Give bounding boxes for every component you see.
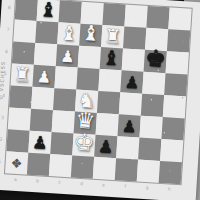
board-square <box>75 90 98 113</box>
board-square <box>122 48 145 71</box>
rank-label: 8 <box>5 5 13 10</box>
rank-label: 6 <box>2 49 10 54</box>
board-square <box>54 66 77 89</box>
file-label: c <box>48 179 70 185</box>
board-square <box>98 69 121 92</box>
board-square <box>137 160 160 183</box>
board-square <box>74 112 97 135</box>
board-square <box>166 51 189 74</box>
board-square <box>34 43 57 66</box>
board-square <box>53 88 76 111</box>
board-square <box>161 117 184 140</box>
board-square <box>101 25 124 48</box>
board-square <box>56 44 79 67</box>
board-square <box>163 95 186 118</box>
board-square <box>120 70 143 93</box>
board-square <box>145 28 168 51</box>
board-square <box>27 153 50 176</box>
board-square <box>116 136 139 159</box>
board-square <box>118 114 141 137</box>
maker-emblem-icon: ❖◆ <box>5 151 28 174</box>
file-label: e <box>92 182 114 188</box>
board-square <box>97 91 120 114</box>
chess-board-mat: © VSCHESS ❖◆♝♝♝♜♟♝♚♜♟♟♞♛♟♟♚♟ 87654321abc… <box>0 0 200 200</box>
board-square <box>164 73 187 96</box>
board-square <box>37 0 60 22</box>
board-square <box>160 139 183 162</box>
board-square <box>28 131 51 154</box>
chess-board: ❖◆♝♝♝♜♟♝♚♜♟♟♞♛♟♟♚♟ <box>5 0 192 184</box>
board-square <box>168 7 191 30</box>
rank-label: 4 <box>0 93 8 98</box>
board-square <box>31 87 54 110</box>
board-square <box>139 116 162 139</box>
file-label: a <box>4 176 26 182</box>
board-square <box>10 63 33 86</box>
board-square <box>93 157 116 180</box>
board-square <box>79 24 102 47</box>
board-square <box>35 21 58 44</box>
rank-label: 1 <box>0 159 4 164</box>
board-square <box>119 92 142 115</box>
board-square <box>144 50 167 73</box>
board-square <box>50 132 73 155</box>
file-label: g <box>136 185 158 191</box>
board-square <box>15 0 38 21</box>
board-square <box>78 46 101 69</box>
board-square <box>115 158 138 181</box>
board-square <box>12 42 35 65</box>
photo-scene: © VSCHESS ❖◆♝♝♝♜♟♝♚♜♟♟♞♛♟♟♚♟ 87654321abc… <box>0 0 200 200</box>
rank-label: 3 <box>0 115 7 120</box>
board-square <box>146 6 169 29</box>
board-square <box>81 2 104 25</box>
board-square <box>100 47 123 70</box>
file-label: f <box>114 183 136 189</box>
board-square <box>6 129 29 152</box>
board-square <box>123 26 146 49</box>
board-square <box>94 135 117 158</box>
board-square <box>32 65 55 88</box>
board-square <box>52 110 75 133</box>
board-square <box>49 154 72 177</box>
board-square <box>96 113 119 136</box>
board-square <box>9 85 32 108</box>
file-label: h <box>158 186 180 192</box>
board-square <box>57 22 80 45</box>
board-square <box>167 29 190 52</box>
board-square <box>102 3 125 26</box>
board-square <box>76 68 99 91</box>
board-square <box>13 20 36 43</box>
board-square <box>30 109 53 132</box>
board-square <box>72 133 95 156</box>
board-square <box>59 0 82 23</box>
file-label: d <box>70 180 92 186</box>
file-label: b <box>26 178 48 184</box>
board-square <box>71 155 94 178</box>
board-square <box>138 138 161 161</box>
board-square <box>124 5 147 28</box>
maker-emblem-center: ◆ <box>15 160 19 165</box>
board-square <box>142 72 165 95</box>
rank-label: 7 <box>4 27 12 32</box>
board-square <box>141 94 164 117</box>
rank-label: 5 <box>1 71 9 76</box>
board-square <box>159 161 182 184</box>
rank-label: 2 <box>0 137 5 142</box>
board-square <box>8 107 31 130</box>
